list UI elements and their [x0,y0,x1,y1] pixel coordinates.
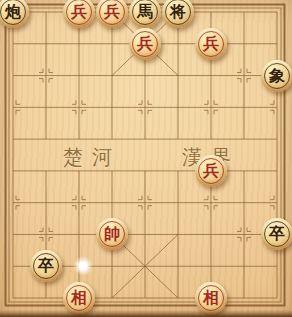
piece-black-horse[interactable]: 馬 [129,0,161,28]
piece-red-soldier[interactable]: 兵 [96,0,128,28]
piece-red-soldier[interactable]: 兵 [129,28,161,60]
piece-black-soldier[interactable]: 卒 [261,218,292,250]
piece-black-elephant[interactable]: 象 [261,60,292,92]
piece-red-elephant[interactable]: 相 [195,282,227,314]
pieces-layer: 炮兵兵馬将兵兵象兵帥卒卒相相 [0,0,292,317]
piece-black-general[interactable]: 将 [162,0,194,28]
piece-red-soldier[interactable]: 兵 [63,0,95,28]
piece-black-cannon[interactable]: 炮 [0,0,29,28]
piece-black-soldier[interactable]: 卒 [30,250,62,282]
piece-red-elephant[interactable]: 相 [63,282,95,314]
piece-red-general[interactable]: 帥 [96,218,128,250]
piece-red-soldier[interactable]: 兵 [195,28,227,60]
piece-red-soldier[interactable]: 兵 [195,155,227,187]
xiangqi-board: 楚河 漢界 炮兵兵馬将兵兵象兵帥卒卒相相 [0,0,292,317]
